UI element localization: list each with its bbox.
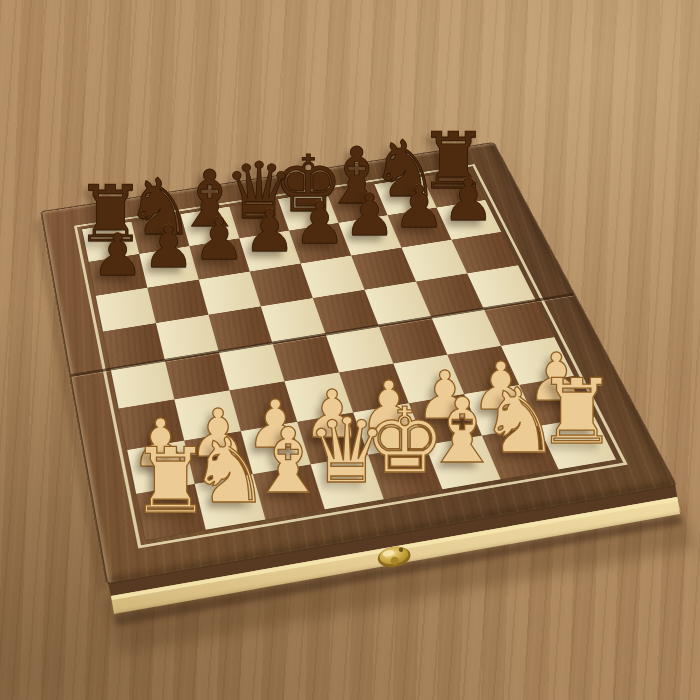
table-surface: ♜♞♝♛♚♝♞♜♟♟♟♟♟♟♟♟♟♟♟♟♟♟♟♟♜♞♝♛♚♝♞♜ xyxy=(0,0,700,700)
piece-light-rook-a1[interactable]: ♜ xyxy=(130,435,211,525)
piece-dark-pawn-c7[interactable]: ♟ xyxy=(193,209,245,267)
piece-dark-pawn-b7[interactable]: ♟ xyxy=(143,217,195,275)
piece-dark-pawn-d7[interactable]: ♟ xyxy=(244,201,296,259)
piece-dark-pawn-h7[interactable]: ♟ xyxy=(443,170,495,228)
piece-dark-pawn-a7[interactable]: ♟ xyxy=(92,225,144,283)
piece-dark-pawn-f7[interactable]: ♟ xyxy=(344,186,396,244)
piece-dark-pawn-e7[interactable]: ♟ xyxy=(294,194,346,252)
piece-dark-pawn-g7[interactable]: ♟ xyxy=(393,178,445,236)
